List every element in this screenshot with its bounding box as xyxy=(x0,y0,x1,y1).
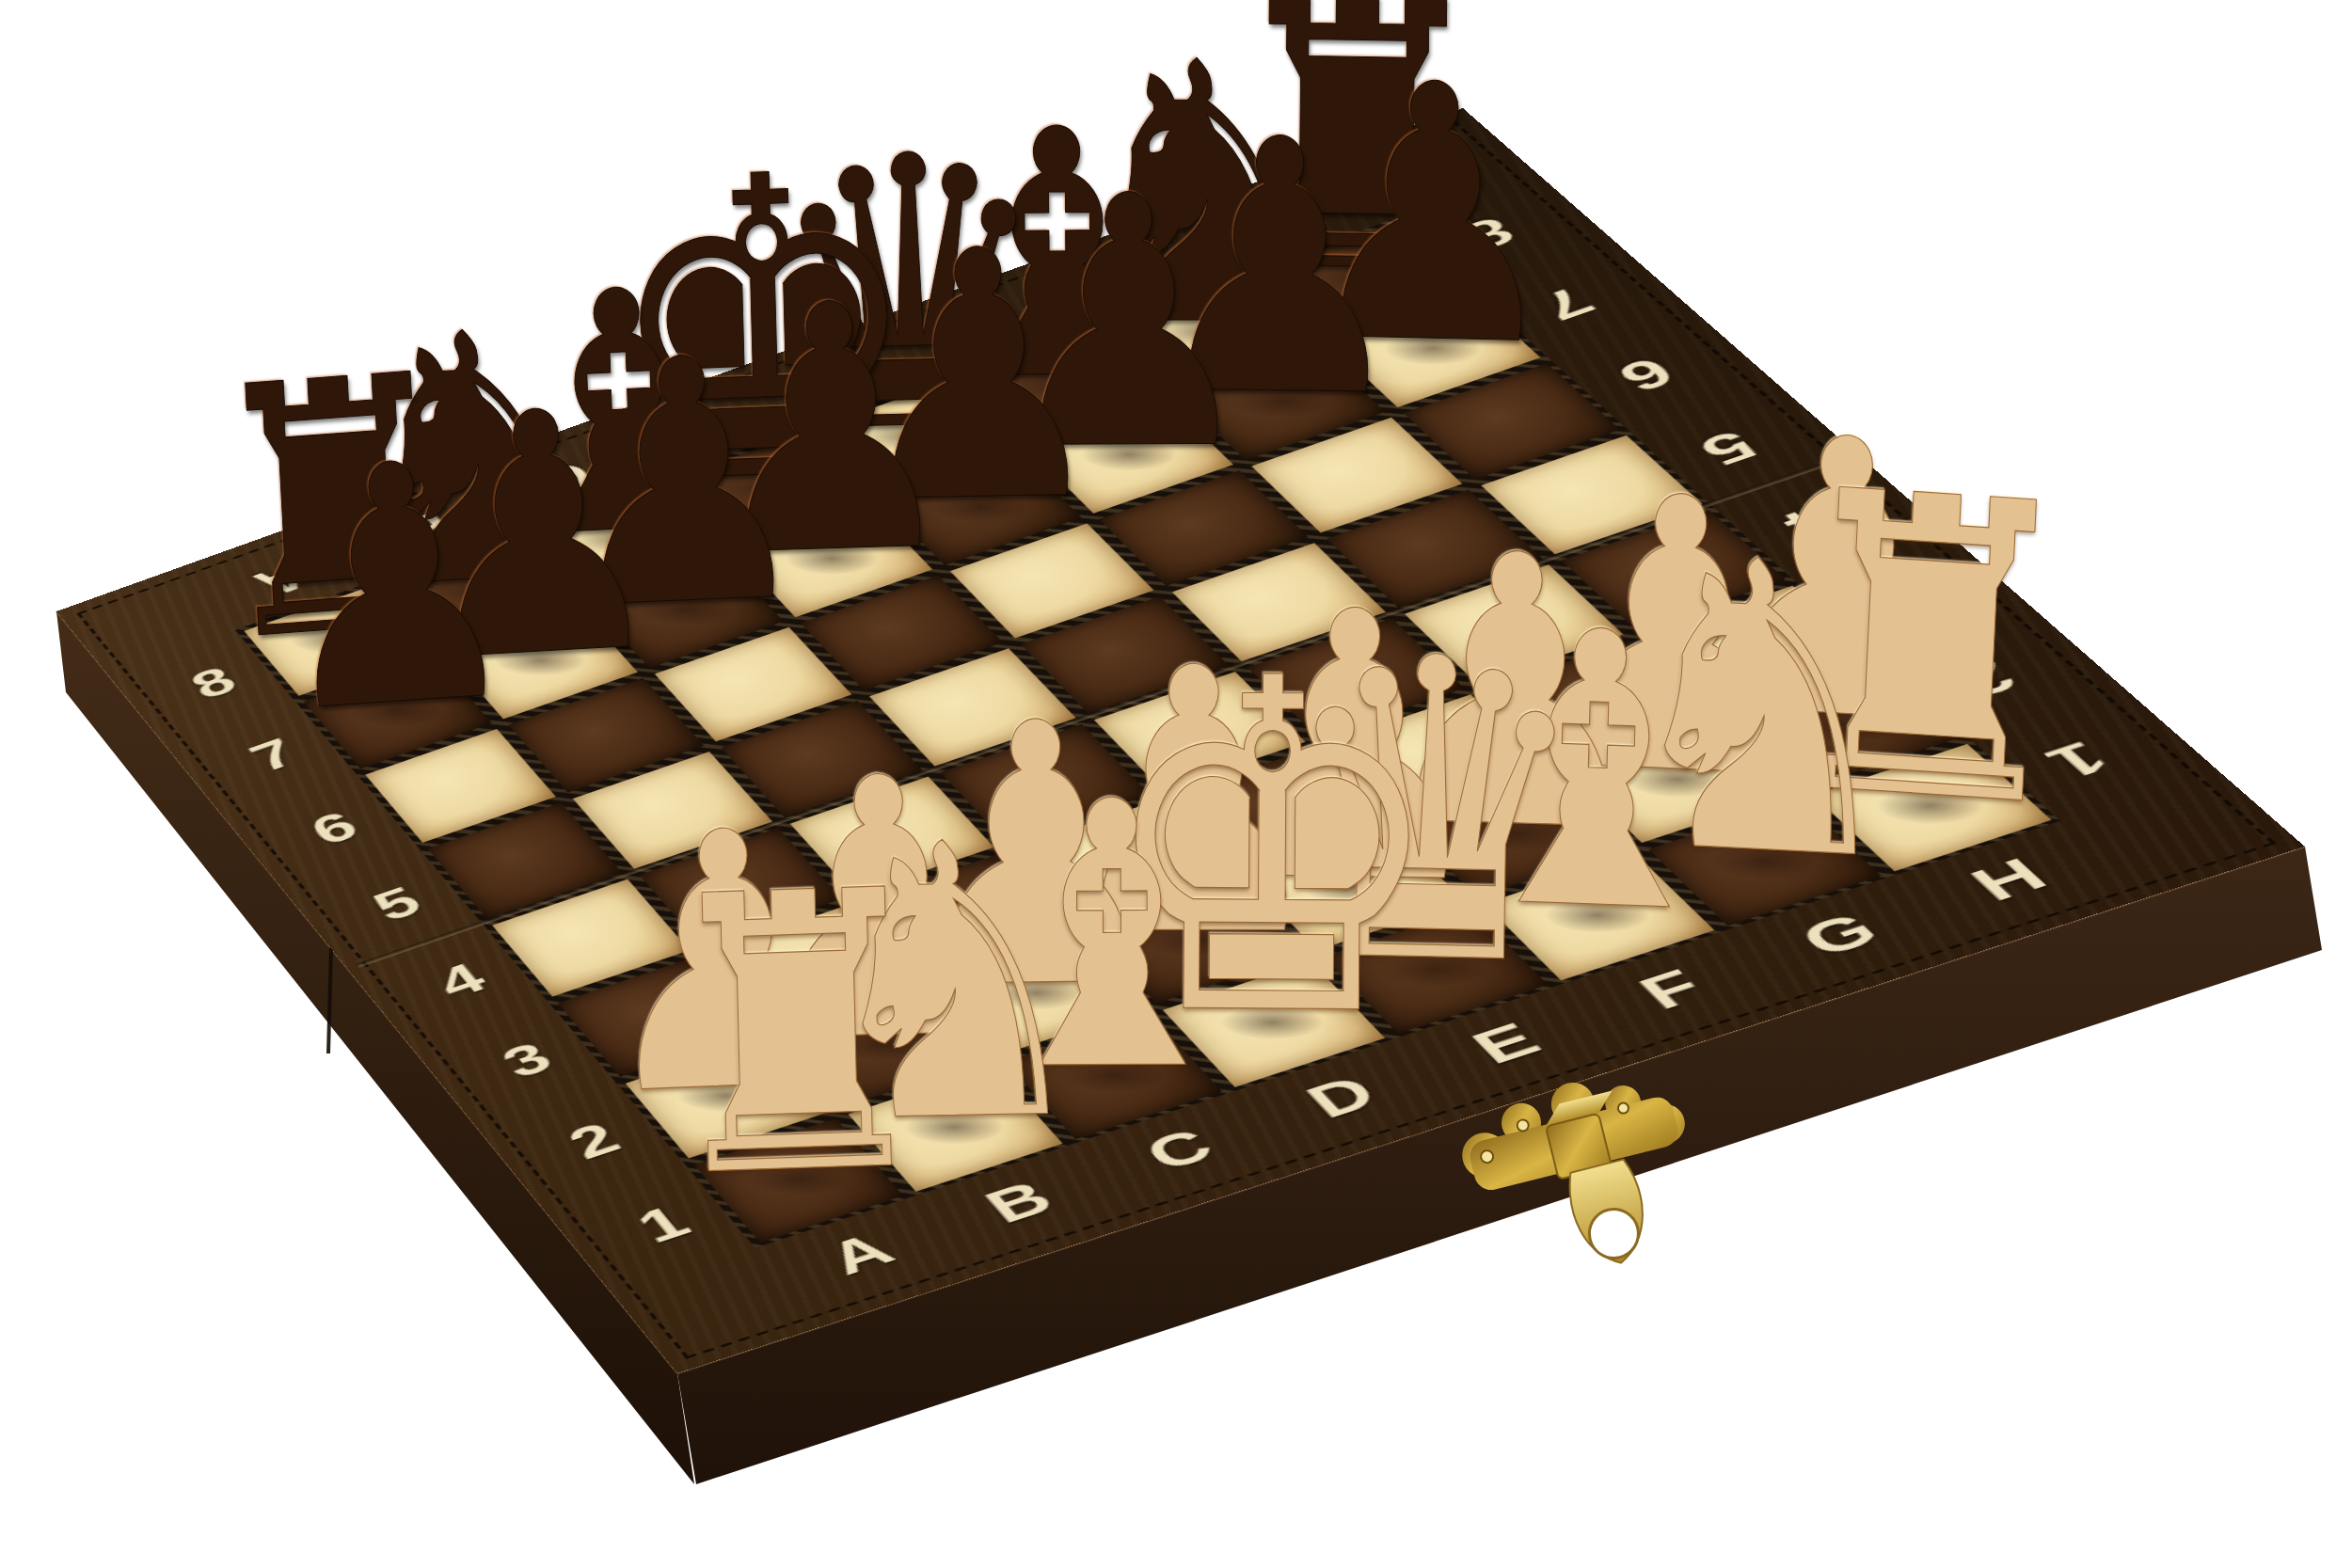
chess-set-photo: ABCDEFGH ABCDEFGH 87654321 87654321 ♜♞♝♚… xyxy=(0,0,2352,1568)
brass-latch xyxy=(0,0,2352,1568)
